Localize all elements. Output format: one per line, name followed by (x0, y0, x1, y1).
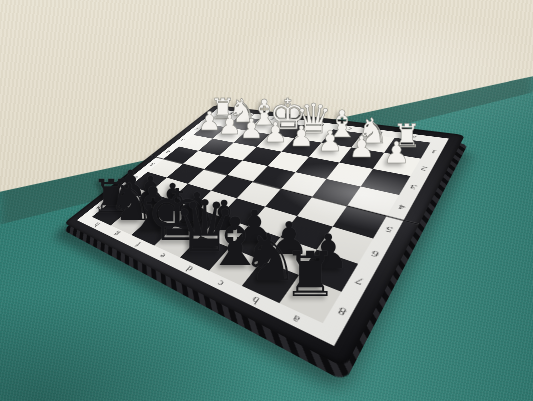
photo-scene: hh11gg22ff33ee44dd55cc66bb77aa88 ♜♞♝♛♚♝♞… (0, 0, 533, 401)
